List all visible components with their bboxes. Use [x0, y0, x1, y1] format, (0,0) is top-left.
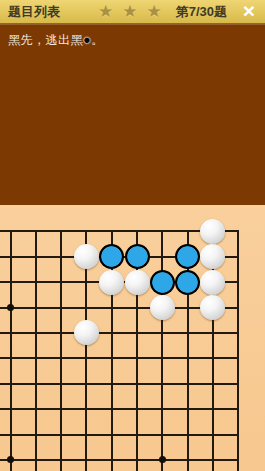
- white-stone: [99, 270, 124, 295]
- grid-vline: [161, 230, 163, 471]
- white-stone: [74, 244, 99, 269]
- star-point: [159, 456, 166, 463]
- star-icon: ★: [147, 3, 162, 20]
- black-stone: [125, 244, 150, 269]
- black-stone: [99, 244, 124, 269]
- grid-vline: [35, 230, 37, 471]
- white-stone: [125, 270, 150, 295]
- white-stone: [200, 219, 225, 244]
- white-stone: [200, 270, 225, 295]
- black-stone: [150, 270, 175, 295]
- star-point: [7, 456, 14, 463]
- problem-prompt-text: 黑先，逃出黑●。: [0, 25, 265, 49]
- star-point: [7, 304, 14, 311]
- problem-prompt-area: 黑先，逃出黑●。: [0, 24, 265, 205]
- white-stone: [200, 295, 225, 320]
- grid-vline: [60, 230, 62, 471]
- problem-progress-label: 第7/30题: [176, 0, 227, 23]
- prompt-prefix: 黑先，逃出黑: [8, 33, 83, 47]
- star-icon: ★: [122, 3, 137, 20]
- white-stone: [150, 295, 175, 320]
- star-icon: ★: [98, 3, 113, 20]
- grid-vline: [10, 230, 12, 471]
- grid-vline: [237, 230, 239, 471]
- difficulty-star-rating: ★ ★ ★: [98, 0, 162, 23]
- white-stone: [200, 244, 225, 269]
- black-stone: [175, 244, 200, 269]
- black-stone: [175, 270, 200, 295]
- back-button-problem-list[interactable]: 题目列表: [8, 0, 60, 23]
- close-icon[interactable]: ×: [239, 0, 259, 22]
- prompt-suffix: 。: [91, 33, 104, 47]
- top-bar: 题目列表 ★ ★ ★ 第7/30题 ×: [0, 0, 265, 24]
- white-stone: [74, 320, 99, 345]
- app-screen: 题目列表 ★ ★ ★ 第7/30题 × 黑先，逃出黑●。: [0, 0, 265, 471]
- go-board[interactable]: [0, 205, 265, 471]
